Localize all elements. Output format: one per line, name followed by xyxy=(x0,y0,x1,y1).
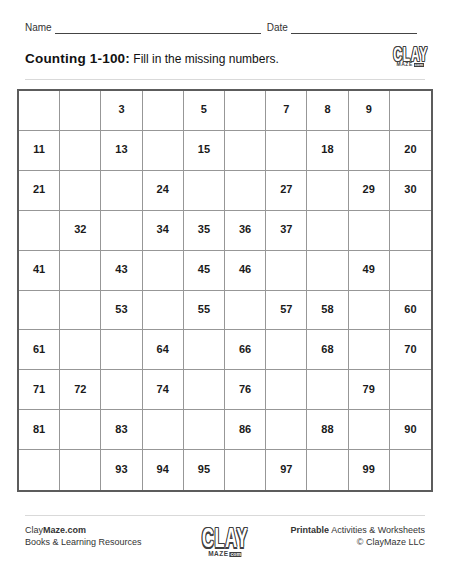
grid-cell-number: 60 xyxy=(390,291,431,331)
grid-cell-blank[interactable] xyxy=(60,251,101,291)
grid-cell-number: 45 xyxy=(184,251,225,291)
name-field: Name xyxy=(25,21,261,34)
grid-cell-blank[interactable] xyxy=(390,450,431,490)
grid-cell-number: 13 xyxy=(101,131,142,171)
grid-cell-number: 32 xyxy=(60,211,101,251)
grid-cell-number: 74 xyxy=(143,370,184,410)
grid-cell-number: 70 xyxy=(390,330,431,370)
grid-cell-blank[interactable] xyxy=(101,370,142,410)
grid-cell-number: 83 xyxy=(101,410,142,450)
grid-cell-number: 55 xyxy=(184,291,225,331)
grid-cell-blank[interactable] xyxy=(184,370,225,410)
footer-right-text: Printable Activities & Worksheets © Clay… xyxy=(291,524,425,548)
grid-cell-number: 95 xyxy=(184,450,225,490)
grid-cell-blank[interactable] xyxy=(390,91,431,131)
grid-cell-blank[interactable] xyxy=(101,171,142,211)
grid-cell-number: 86 xyxy=(225,410,266,450)
grid-cell-number: 99 xyxy=(349,450,390,490)
grid-cell-blank[interactable] xyxy=(60,330,101,370)
grid-cell-number: 72 xyxy=(60,370,101,410)
grid-cell-blank[interactable] xyxy=(307,450,348,490)
grid-cell-blank[interactable] xyxy=(225,291,266,331)
grid-cell-blank[interactable] xyxy=(349,330,390,370)
grid-cell-blank[interactable] xyxy=(225,91,266,131)
header-divider-line xyxy=(25,79,425,80)
grid-cell-blank[interactable] xyxy=(307,211,348,251)
footer-tagline: Books & Learning Resources xyxy=(25,536,142,548)
grid-cell-number: 90 xyxy=(390,410,431,450)
grid-cell-number: 64 xyxy=(143,330,184,370)
grid-cell-blank[interactable] xyxy=(60,450,101,490)
grid-cell-blank[interactable] xyxy=(143,291,184,331)
grid-cell-blank[interactable] xyxy=(225,131,266,171)
footer-left-text: ClayMaze.com Books & Learning Resources xyxy=(25,524,142,548)
claymaze-logo-top: CLAY MAZE com xyxy=(389,46,432,67)
grid-cell-number: 88 xyxy=(307,410,348,450)
grid-cell-number: 30 xyxy=(390,171,431,211)
grid-cell-blank[interactable] xyxy=(60,291,101,331)
claymaze-logo-clay-text: CLAY xyxy=(393,43,428,63)
grid-cell-number: 97 xyxy=(266,450,307,490)
grid-cell-number: 93 xyxy=(101,450,142,490)
grid-cell-blank[interactable] xyxy=(184,330,225,370)
grid-cell-number: 58 xyxy=(307,291,348,331)
grid-cell-blank[interactable] xyxy=(184,410,225,450)
grid-cell-blank[interactable] xyxy=(143,251,184,291)
date-label: Date xyxy=(267,21,291,34)
grid-cell-blank[interactable] xyxy=(19,291,60,331)
grid-cell-number: 7 xyxy=(266,91,307,131)
grid-cell-number: 43 xyxy=(101,251,142,291)
worksheet-title-instruction: Fill in the missing numbers. xyxy=(130,52,279,66)
grid-cell-blank[interactable] xyxy=(19,450,60,490)
grid-cell-number: 94 xyxy=(143,450,184,490)
grid-cell-number: 36 xyxy=(225,211,266,251)
grid-cell-blank[interactable] xyxy=(349,291,390,331)
grid-cell-number: 9 xyxy=(349,91,390,131)
grid-cell-blank[interactable] xyxy=(307,251,348,291)
worksheet-page: Name Date Counting 1-100: Fill in the mi… xyxy=(0,0,450,582)
footer-site-name: ClayMaze.com xyxy=(25,524,142,536)
grid-cell-blank[interactable] xyxy=(349,131,390,171)
name-label: Name xyxy=(25,21,55,34)
grid-cell-number: 34 xyxy=(143,211,184,251)
grid-cell-number: 79 xyxy=(349,370,390,410)
grid-cell-number: 8 xyxy=(307,91,348,131)
grid-cell-blank[interactable] xyxy=(266,330,307,370)
footer-printable-line: Printable Activities & Worksheets xyxy=(291,524,425,536)
grid-cell-number: 5 xyxy=(184,91,225,131)
grid-cell-blank[interactable] xyxy=(266,410,307,450)
grid-cell-blank[interactable] xyxy=(307,171,348,211)
grid-cell-blank[interactable] xyxy=(60,91,101,131)
grid-cell-blank[interactable] xyxy=(390,370,431,410)
grid-cell-blank[interactable] xyxy=(225,450,266,490)
grid-cell-blank[interactable] xyxy=(143,410,184,450)
name-blank-line[interactable] xyxy=(55,22,261,34)
grid-cell-blank[interactable] xyxy=(184,171,225,211)
claymaze-logo-footer: CLAY MAZE com xyxy=(195,524,254,558)
grid-cell-blank[interactable] xyxy=(60,131,101,171)
grid-cell-number: 76 xyxy=(225,370,266,410)
grid-cell-blank[interactable] xyxy=(60,171,101,211)
grid-cell-number: 24 xyxy=(143,171,184,211)
grid-cell-number: 29 xyxy=(349,171,390,211)
grid-cell-blank[interactable] xyxy=(349,410,390,450)
grid-cell-number: 49 xyxy=(349,251,390,291)
grid-cell-number: 71 xyxy=(19,370,60,410)
claymaze-logo-clay-text: CLAY xyxy=(202,524,248,551)
worksheet-title: Counting 1-100: Fill in the missing numb… xyxy=(25,51,279,66)
grid-cell-number: 37 xyxy=(266,211,307,251)
grid-cell-blank[interactable] xyxy=(101,211,142,251)
worksheet-title-bold: Counting 1-100: xyxy=(25,51,130,66)
grid-cell-blank[interactable] xyxy=(390,251,431,291)
grid-cell-blank[interactable] xyxy=(349,211,390,251)
grid-cell-number: 53 xyxy=(101,291,142,331)
grid-cell-number: 15 xyxy=(184,131,225,171)
grid-cell-blank[interactable] xyxy=(101,330,142,370)
grid-cell-blank[interactable] xyxy=(143,131,184,171)
grid-cell-number: 66 xyxy=(225,330,266,370)
grid-cell-blank[interactable] xyxy=(225,171,266,211)
grid-cell-blank[interactable] xyxy=(60,410,101,450)
header-fields: Name Date xyxy=(25,21,425,34)
grid-cell-number: 57 xyxy=(266,291,307,331)
grid-cell-blank[interactable] xyxy=(266,370,307,410)
date-field: Date xyxy=(267,21,417,34)
date-blank-line[interactable] xyxy=(291,22,417,34)
grid-cell-number: 21 xyxy=(19,171,60,211)
grid-cell-blank[interactable] xyxy=(390,211,431,251)
grid-cell-blank[interactable] xyxy=(19,91,60,131)
grid-cell-number: 11 xyxy=(19,131,60,171)
grid-cell-number: 41 xyxy=(19,251,60,291)
grid-cell-number: 68 xyxy=(307,330,348,370)
grid-cell-number: 81 xyxy=(19,410,60,450)
grid-cell-number: 20 xyxy=(390,131,431,171)
grid-cell-number: 35 xyxy=(184,211,225,251)
grid-cell-number: 3 xyxy=(101,91,142,131)
grid-cell-blank[interactable] xyxy=(19,211,60,251)
grid-cell-number: 46 xyxy=(225,251,266,291)
grid-cell-number: 27 xyxy=(266,171,307,211)
grid-cell-number: 61 xyxy=(19,330,60,370)
grid-cell-blank[interactable] xyxy=(143,91,184,131)
grid-cell-blank[interactable] xyxy=(266,251,307,291)
worksheet-grid: 3578911131518202124272930323435363741434… xyxy=(17,89,433,492)
grid-cell-blank[interactable] xyxy=(307,370,348,410)
footer-divider-line xyxy=(25,515,425,516)
footer-copyright: © ClayMaze LLC xyxy=(291,536,425,548)
grid-cell-blank[interactable] xyxy=(266,131,307,171)
grid-cell-number: 18 xyxy=(307,131,348,171)
